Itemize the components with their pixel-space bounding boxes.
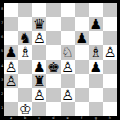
square-f6[interactable]: ♟ bbox=[75, 31, 89, 45]
square-c1[interactable] bbox=[32, 102, 46, 116]
square-d6[interactable] bbox=[46, 31, 60, 45]
square-e7[interactable] bbox=[61, 17, 75, 31]
file-label-g: g bbox=[89, 116, 103, 120]
square-e4[interactable]: ♙ bbox=[61, 60, 75, 74]
square-g6[interactable] bbox=[89, 31, 103, 45]
white-bishop: ♗ bbox=[19, 45, 32, 59]
square-g4[interactable]: ♟ bbox=[89, 60, 103, 74]
square-f4[interactable] bbox=[75, 60, 89, 74]
square-e8[interactable] bbox=[61, 3, 75, 17]
square-h4[interactable] bbox=[103, 60, 117, 74]
square-b4[interactable] bbox=[18, 60, 32, 74]
file-label-b: b bbox=[18, 116, 32, 120]
square-h2[interactable] bbox=[103, 88, 117, 102]
file-label-f: f bbox=[75, 116, 89, 120]
square-g2[interactable] bbox=[89, 88, 103, 102]
square-d3[interactable] bbox=[46, 74, 60, 88]
square-c4[interactable]: ♟ bbox=[32, 60, 46, 74]
square-g1[interactable] bbox=[89, 102, 103, 116]
square-e2[interactable]: ♙ bbox=[61, 88, 75, 102]
square-d4[interactable]: ♚ bbox=[46, 60, 60, 74]
black-pawn: ♟ bbox=[90, 17, 103, 31]
square-a5[interactable]: ♟ bbox=[4, 45, 18, 59]
white-pawn: ♙ bbox=[61, 60, 74, 74]
black-pawn: ♟ bbox=[5, 45, 18, 59]
chess-board-frame: ♛♟♞♙♟♟♗♘♗♙♙♟♚♙♟♙♜♙♙♔ 87654321abcdefgh bbox=[0, 0, 120, 120]
white-bishop: ♗ bbox=[90, 45, 103, 59]
square-d2[interactable] bbox=[46, 88, 60, 102]
square-b8[interactable] bbox=[18, 3, 32, 17]
square-e3[interactable] bbox=[61, 74, 75, 88]
white-pawn: ♙ bbox=[61, 88, 74, 102]
square-g7[interactable]: ♟ bbox=[89, 17, 103, 31]
square-b1[interactable]: ♔ bbox=[18, 102, 32, 116]
square-a1[interactable] bbox=[4, 102, 18, 116]
square-f2[interactable] bbox=[75, 88, 89, 102]
rank-label-3: 3 bbox=[0, 79, 4, 83]
square-c8[interactable] bbox=[32, 3, 46, 17]
white-pawn: ♙ bbox=[33, 31, 46, 45]
black-pawn: ♟ bbox=[75, 31, 88, 45]
square-c2[interactable]: ♙ bbox=[32, 88, 46, 102]
square-b2[interactable] bbox=[18, 88, 32, 102]
square-d7[interactable] bbox=[46, 17, 60, 31]
white-knight: ♘ bbox=[61, 45, 74, 59]
square-f1[interactable] bbox=[75, 102, 89, 116]
square-b6[interactable]: ♞ bbox=[18, 31, 32, 45]
square-d1[interactable] bbox=[46, 102, 60, 116]
file-label-e: e bbox=[61, 116, 75, 120]
square-h3[interactable] bbox=[103, 74, 117, 88]
square-h7[interactable] bbox=[103, 17, 117, 31]
square-g3[interactable] bbox=[89, 74, 103, 88]
square-g5[interactable]: ♗ bbox=[89, 45, 103, 59]
rank-label-6: 6 bbox=[0, 36, 4, 40]
square-h6[interactable] bbox=[103, 31, 117, 45]
square-a4[interactable]: ♙ bbox=[4, 60, 18, 74]
black-queen: ♛ bbox=[33, 17, 46, 31]
square-c5[interactable] bbox=[32, 45, 46, 59]
rank-label-7: 7 bbox=[0, 22, 4, 26]
white-king: ♔ bbox=[19, 102, 32, 116]
rank-label-8: 8 bbox=[0, 8, 4, 12]
white-pawn: ♙ bbox=[5, 60, 18, 74]
square-h8[interactable] bbox=[103, 3, 117, 17]
square-f8[interactable] bbox=[75, 3, 89, 17]
square-a2[interactable] bbox=[4, 88, 18, 102]
rank-label-4: 4 bbox=[0, 65, 4, 69]
white-pawn: ♙ bbox=[33, 88, 46, 102]
square-f3[interactable] bbox=[75, 74, 89, 88]
rank-label-2: 2 bbox=[0, 93, 4, 97]
square-e1[interactable] bbox=[61, 102, 75, 116]
square-b5[interactable]: ♗ bbox=[18, 45, 32, 59]
square-c7[interactable]: ♛ bbox=[32, 17, 46, 31]
square-h1[interactable] bbox=[103, 102, 117, 116]
rank-label-1: 1 bbox=[0, 107, 4, 111]
square-d5[interactable] bbox=[46, 45, 60, 59]
black-pawn: ♟ bbox=[33, 60, 46, 74]
square-a8[interactable] bbox=[4, 3, 18, 17]
rank-label-5: 5 bbox=[0, 50, 4, 54]
file-label-h: h bbox=[103, 116, 117, 120]
square-b7[interactable] bbox=[18, 17, 32, 31]
chess-board: ♛♟♞♙♟♟♗♘♗♙♙♟♚♙♟♙♜♙♙♔ bbox=[4, 3, 117, 116]
black-rook: ♜ bbox=[33, 74, 46, 88]
square-d8[interactable] bbox=[46, 3, 60, 17]
square-e5[interactable]: ♘ bbox=[61, 45, 75, 59]
black-king: ♚ bbox=[47, 60, 60, 74]
black-knight: ♞ bbox=[19, 31, 32, 45]
square-c3[interactable]: ♜ bbox=[32, 74, 46, 88]
square-g8[interactable] bbox=[89, 3, 103, 17]
square-f5[interactable] bbox=[75, 45, 89, 59]
square-h5[interactable]: ♙ bbox=[103, 45, 117, 59]
white-pawn: ♙ bbox=[5, 74, 18, 88]
file-label-a: a bbox=[4, 116, 18, 120]
square-b3[interactable] bbox=[18, 74, 32, 88]
black-pawn: ♟ bbox=[90, 60, 103, 74]
square-c6[interactable]: ♙ bbox=[32, 31, 46, 45]
square-e6[interactable] bbox=[61, 31, 75, 45]
white-pawn: ♙ bbox=[104, 45, 117, 59]
file-label-c: c bbox=[32, 116, 46, 120]
square-a6[interactable] bbox=[4, 31, 18, 45]
file-label-d: d bbox=[46, 116, 60, 120]
square-a7[interactable] bbox=[4, 17, 18, 31]
square-f7[interactable] bbox=[75, 17, 89, 31]
square-a3[interactable]: ♙ bbox=[4, 74, 18, 88]
